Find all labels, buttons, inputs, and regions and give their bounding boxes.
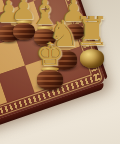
gold-base [80, 49, 104, 68]
piece-rook[interactable]: ♜ [80, 9, 104, 68]
king-icon: ♚ [36, 40, 65, 69]
wood-base [37, 70, 63, 90]
pieces-layer: ♟♟♝♟♞♜♚ [0, 0, 120, 144]
rook-icon: ♜ [74, 13, 110, 49]
piece-king[interactable]: ♚ [37, 35, 63, 90]
scene: ♟♟♝♟♞♜♚ [0, 0, 120, 144]
